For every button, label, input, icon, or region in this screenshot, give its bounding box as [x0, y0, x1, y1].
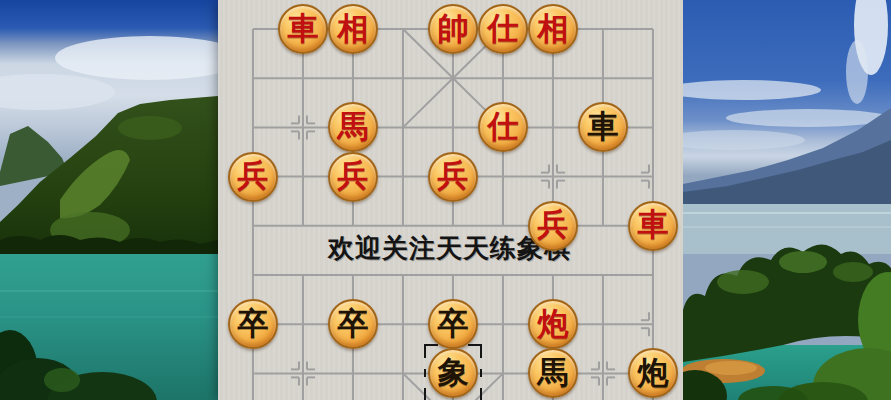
background-photo-left	[0, 0, 218, 400]
piece-glyph: 兵	[238, 160, 269, 191]
piece-glyph: 兵	[338, 160, 369, 191]
piece-glyph: 車	[288, 13, 319, 44]
piece-glyph: 象	[438, 357, 469, 388]
piece-red-soldier[interactable]: 兵	[228, 152, 278, 202]
piece-red-cannon[interactable]: 炮	[528, 299, 578, 349]
piece-glyph: 車	[638, 209, 669, 240]
piece-red-chariot[interactable]: 車	[278, 4, 328, 54]
piece-glyph: 仕	[488, 111, 519, 142]
piece-red-elephant[interactable]: 相	[328, 4, 378, 54]
left-scenery	[0, 0, 218, 400]
screenshot-root: 欢迎关注天天练象棋 車相帥仕相馬仕車兵兵兵兵車卒卒卒炮象馬炮	[0, 0, 891, 400]
piece-red-chariot[interactable]: 車	[628, 201, 678, 251]
piece-red-general[interactable]: 帥	[428, 4, 478, 54]
piece-black-soldier[interactable]: 卒	[228, 299, 278, 349]
piece-glyph: 兵	[438, 160, 469, 191]
background-photo-right	[683, 0, 891, 400]
right-scenery	[683, 0, 891, 400]
piece-glyph: 車	[588, 111, 619, 142]
piece-glyph: 兵	[538, 209, 569, 240]
piece-glyph: 帥	[438, 13, 469, 44]
piece-red-soldier[interactable]: 兵	[328, 152, 378, 202]
piece-glyph: 卒	[238, 308, 269, 339]
piece-glyph: 炮	[538, 308, 569, 339]
piece-glyph: 相	[338, 13, 369, 44]
piece-glyph: 卒	[438, 308, 469, 339]
piece-red-elephant[interactable]: 相	[528, 4, 578, 54]
xiangqi-board-panel[interactable]: 欢迎关注天天练象棋 車相帥仕相馬仕車兵兵兵兵車卒卒卒炮象馬炮	[218, 0, 683, 400]
piece-glyph: 相	[538, 13, 569, 44]
piece-black-soldier[interactable]: 卒	[328, 299, 378, 349]
piece-glyph: 卒	[338, 308, 369, 339]
piece-red-advisor[interactable]: 仕	[478, 4, 528, 54]
piece-glyph: 仕	[488, 13, 519, 44]
piece-red-soldier[interactable]: 兵	[528, 201, 578, 251]
piece-glyph: 馬	[538, 357, 569, 388]
piece-black-soldier[interactable]: 卒	[428, 299, 478, 349]
piece-red-soldier[interactable]: 兵	[428, 152, 478, 202]
piece-glyph: 炮	[638, 357, 669, 388]
piece-glyph: 馬	[338, 111, 369, 142]
